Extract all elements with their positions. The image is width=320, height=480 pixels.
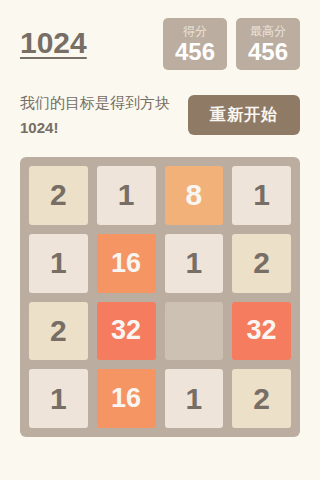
goal-text-suffix: !	[53, 119, 58, 136]
tile-2: 2	[29, 166, 88, 225]
score-boxes: 得分 456 最高分 456	[163, 18, 300, 70]
score-box: 得分 456	[163, 18, 227, 70]
tile-2: 2	[29, 302, 88, 361]
goal-text-target: 1024	[20, 119, 53, 136]
tile-1: 1	[165, 369, 224, 428]
score-label: 得分	[183, 25, 207, 37]
app: 1024 得分 456 最高分 456 我们的目标是得到方块1024! 重新开始…	[0, 0, 320, 437]
best-score-box: 最高分 456	[236, 18, 300, 70]
tile-16: 16	[97, 369, 156, 428]
goal-text-prefix: 我们的目标是得到方块	[20, 94, 170, 111]
tile-1: 1	[29, 234, 88, 293]
tile-2: 2	[232, 369, 291, 428]
empty-cell	[165, 302, 224, 361]
tile-16: 16	[97, 234, 156, 293]
restart-button[interactable]: 重新开始	[188, 95, 300, 135]
goal-text: 我们的目标是得到方块1024!	[20, 90, 180, 140]
intro-row: 我们的目标是得到方块1024! 重新开始	[20, 90, 300, 140]
tile-2: 2	[232, 234, 291, 293]
tile-32: 32	[232, 302, 291, 361]
tile-32: 32	[97, 302, 156, 361]
tile-1: 1	[165, 234, 224, 293]
tile-1: 1	[232, 166, 291, 225]
game-board[interactable]: 2181116122323211612	[20, 157, 300, 437]
best-score-value: 456	[248, 40, 288, 64]
best-score-label: 最高分	[250, 25, 286, 37]
page-title: 1024	[20, 26, 87, 60]
tile-8: 8	[165, 166, 224, 225]
header: 1024 得分 456 最高分 456	[20, 18, 300, 70]
score-value: 456	[175, 40, 215, 64]
tile-1: 1	[97, 166, 156, 225]
tile-1: 1	[29, 369, 88, 428]
